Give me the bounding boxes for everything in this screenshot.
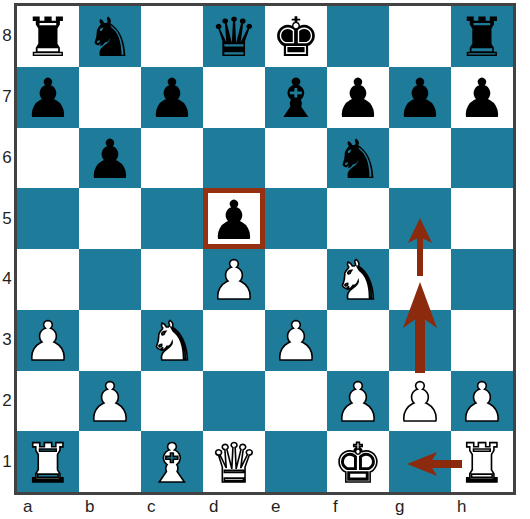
piece-white-pawn[interactable]: ♟ [17, 312, 79, 373]
square-b2[interactable]: ♟ [79, 371, 141, 432]
square-f8[interactable] [327, 6, 389, 67]
piece-black-pawn[interactable]: ♟ [17, 69, 79, 130]
piece-white-pawn[interactable]: ♟ [389, 373, 451, 434]
piece-white-pawn[interactable]: ♟ [327, 373, 389, 434]
piece-black-knight[interactable]: ♞ [79, 8, 141, 69]
square-a8[interactable]: ♜ [17, 6, 79, 67]
square-c2[interactable] [141, 371, 203, 432]
square-b5[interactable] [79, 188, 141, 249]
file-label-g: g [395, 497, 409, 517]
square-a2[interactable] [17, 371, 79, 432]
piece-white-queen[interactable]: ♛ [203, 433, 265, 494]
square-e3[interactable]: ♟ [265, 310, 327, 371]
chess-board[interactable]: ♜♞♛♚♜♟♟♝♟♟♟♟♞♟♟♞♟♞♟♟♟♟♟♜♝♛♚♜ [17, 6, 513, 492]
square-h5[interactable] [451, 188, 513, 249]
square-b7[interactable] [79, 67, 141, 128]
square-h2[interactable]: ♟ [451, 371, 513, 432]
square-b6[interactable]: ♟ [79, 128, 141, 189]
square-d4[interactable]: ♟ [203, 249, 265, 310]
square-e6[interactable] [265, 128, 327, 189]
piece-black-knight[interactable]: ♞ [327, 130, 389, 191]
rank-label-5: 5 [0, 188, 14, 249]
square-d3[interactable] [203, 310, 265, 371]
piece-black-pawn[interactable]: ♟ [141, 69, 203, 130]
square-c7[interactable]: ♟ [141, 67, 203, 128]
square-f2[interactable]: ♟ [327, 371, 389, 432]
square-f3[interactable] [327, 310, 389, 371]
square-c6[interactable] [141, 128, 203, 189]
square-g2[interactable]: ♟ [389, 371, 451, 432]
piece-black-bishop[interactable]: ♝ [265, 69, 327, 130]
rank-label-3: 3 [0, 310, 14, 371]
square-b3[interactable] [79, 310, 141, 371]
square-g7[interactable]: ♟ [389, 67, 451, 128]
piece-black-pawn[interactable]: ♟ [451, 69, 513, 130]
square-d7[interactable] [203, 67, 265, 128]
rank-labels: 87654321 [0, 6, 14, 492]
board-frame: ♜♞♛♚♜♟♟♝♟♟♟♟♞♟♟♞♟♞♟♟♟♟♟♜♝♛♚♜ [14, 3, 516, 495]
rank-label-4: 4 [0, 249, 14, 310]
square-c5[interactable] [141, 188, 203, 249]
square-d1[interactable]: ♛ [203, 431, 265, 492]
chess-board-screenshot: 87654321 abcdefgh ♜♞♛♚♜♟♟♝♟♟♟♟♞♟♟♞♟♞♟♟♟♟… [0, 0, 530, 519]
square-a4[interactable] [17, 249, 79, 310]
piece-white-knight[interactable]: ♞ [327, 251, 389, 312]
square-d5[interactable]: ♟ [203, 188, 265, 249]
square-g4[interactable] [389, 249, 451, 310]
square-f4[interactable]: ♞ [327, 249, 389, 310]
file-label-h: h [457, 497, 471, 517]
square-a3[interactable]: ♟ [17, 310, 79, 371]
file-labels: abcdefgh [17, 495, 513, 519]
square-b1[interactable] [79, 431, 141, 492]
square-d2[interactable] [203, 371, 265, 432]
square-g6[interactable] [389, 128, 451, 189]
piece-black-queen[interactable]: ♛ [203, 8, 265, 69]
square-f7[interactable]: ♟ [327, 67, 389, 128]
piece-white-bishop[interactable]: ♝ [141, 433, 203, 494]
file-label-c: c [147, 497, 161, 517]
square-c4[interactable] [141, 249, 203, 310]
square-a6[interactable] [17, 128, 79, 189]
square-e8[interactable]: ♚ [265, 6, 327, 67]
piece-white-knight[interactable]: ♞ [141, 312, 203, 373]
piece-black-king[interactable]: ♚ [265, 8, 327, 69]
square-g3[interactable] [389, 310, 451, 371]
piece-white-pawn[interactable]: ♟ [203, 251, 265, 312]
square-h6[interactable] [451, 128, 513, 189]
square-b8[interactable]: ♞ [79, 6, 141, 67]
square-g5[interactable] [389, 188, 451, 249]
square-e1[interactable] [265, 431, 327, 492]
square-c3[interactable]: ♞ [141, 310, 203, 371]
square-d8[interactable]: ♛ [203, 6, 265, 67]
square-e5[interactable] [265, 188, 327, 249]
piece-black-rook[interactable]: ♜ [451, 8, 513, 69]
piece-white-pawn[interactable]: ♟ [451, 373, 513, 434]
square-h8[interactable]: ♜ [451, 6, 513, 67]
square-c1[interactable]: ♝ [141, 431, 203, 492]
square-h7[interactable]: ♟ [451, 67, 513, 128]
square-e4[interactable] [265, 249, 327, 310]
square-f1[interactable]: ♚ [327, 431, 389, 492]
square-h4[interactable] [451, 249, 513, 310]
square-a5[interactable] [17, 188, 79, 249]
rank-label-1: 1 [0, 431, 14, 492]
piece-black-rook[interactable]: ♜ [17, 8, 79, 69]
square-a1[interactable]: ♜ [17, 431, 79, 492]
square-e2[interactable] [265, 371, 327, 432]
rank-label-6: 6 [0, 128, 14, 189]
square-h1[interactable]: ♜ [451, 431, 513, 492]
file-label-e: e [271, 497, 285, 517]
piece-black-pawn[interactable]: ♟ [79, 130, 141, 191]
rank-label-8: 8 [0, 6, 14, 67]
rank-label-7: 7 [0, 67, 14, 128]
file-label-b: b [85, 497, 99, 517]
piece-black-pawn[interactable]: ♟ [203, 190, 265, 251]
file-label-a: a [23, 497, 37, 517]
piece-white-pawn[interactable]: ♟ [265, 312, 327, 373]
square-b4[interactable] [79, 249, 141, 310]
file-label-f: f [333, 497, 347, 517]
square-g1[interactable] [389, 431, 451, 492]
rank-label-2: 2 [0, 371, 14, 432]
piece-white-king[interactable]: ♚ [327, 433, 389, 494]
square-d6[interactable] [203, 128, 265, 189]
square-f5[interactable] [327, 188, 389, 249]
file-label-d: d [209, 497, 223, 517]
piece-white-pawn[interactable]: ♟ [79, 373, 141, 434]
square-e7[interactable]: ♝ [265, 67, 327, 128]
piece-white-rook[interactable]: ♜ [451, 433, 513, 494]
piece-black-pawn[interactable]: ♟ [389, 69, 451, 130]
piece-white-rook[interactable]: ♜ [17, 433, 79, 494]
piece-black-pawn[interactable]: ♟ [327, 69, 389, 130]
square-g8[interactable] [389, 6, 451, 67]
square-h3[interactable] [451, 310, 513, 371]
square-f6[interactable]: ♞ [327, 128, 389, 189]
square-a7[interactable]: ♟ [17, 67, 79, 128]
square-c8[interactable] [141, 6, 203, 67]
